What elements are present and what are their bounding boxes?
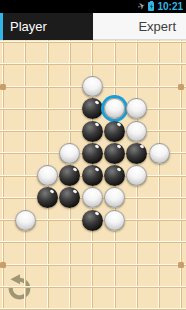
stone-white bbox=[37, 165, 58, 186]
app-window: ✈ 10:21 Player Expert bbox=[0, 0, 186, 310]
grid-hline bbox=[0, 286, 186, 288]
star-point bbox=[0, 262, 6, 268]
clock: 10:21 bbox=[157, 1, 183, 12]
stone-black bbox=[82, 98, 103, 119]
stone-white bbox=[126, 121, 147, 142]
stone-black bbox=[104, 143, 125, 164]
grid-hline bbox=[0, 264, 186, 266]
status-bar: ✈ 10:21 bbox=[0, 0, 186, 13]
stone-black bbox=[82, 165, 103, 186]
stone-white bbox=[104, 187, 125, 208]
stone-white bbox=[15, 210, 36, 231]
stone-white bbox=[126, 98, 147, 119]
stone-black bbox=[59, 187, 80, 208]
stone-black bbox=[59, 165, 80, 186]
star-point bbox=[0, 84, 6, 90]
stone-black bbox=[126, 143, 147, 164]
grid-hline bbox=[0, 241, 186, 243]
star-point bbox=[178, 84, 184, 90]
stone-black bbox=[82, 210, 103, 231]
grid-hline bbox=[0, 63, 186, 65]
stone-white bbox=[149, 143, 170, 164]
stone-black bbox=[104, 121, 125, 142]
stone-black bbox=[82, 121, 103, 142]
airplane-mode-icon: ✈ bbox=[137, 1, 147, 12]
gomoku-board[interactable] bbox=[0, 40, 186, 310]
grid-hline bbox=[0, 41, 186, 43]
star-point bbox=[178, 262, 184, 268]
tab-player[interactable]: Player bbox=[0, 13, 93, 40]
stone-white bbox=[104, 98, 125, 119]
stone-white bbox=[82, 76, 103, 97]
tab-expert[interactable]: Expert bbox=[93, 13, 186, 40]
stone-black bbox=[104, 165, 125, 186]
stone-black bbox=[37, 187, 58, 208]
stone-black bbox=[82, 143, 103, 164]
stone-white bbox=[82, 187, 103, 208]
battery-icon bbox=[148, 2, 154, 11]
action-bar: Player Expert bbox=[0, 13, 186, 40]
stone-white bbox=[126, 165, 147, 186]
stone-white bbox=[59, 143, 80, 164]
player-tab-label: Player bbox=[10, 19, 47, 34]
expert-tab-label: Expert bbox=[138, 19, 176, 34]
stone-white bbox=[104, 210, 125, 231]
